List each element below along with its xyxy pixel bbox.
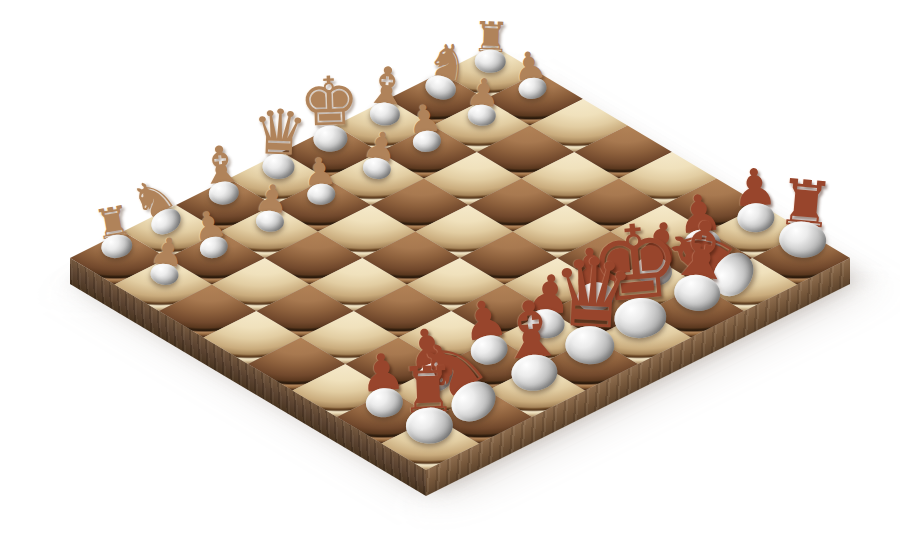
piece-white-pawn[interactable]: ♟	[510, 47, 551, 101]
piece-black-rook[interactable]: ♜	[399, 358, 459, 444]
piece-white-bishop[interactable]: ♝	[195, 139, 247, 208]
piece-white-pawn[interactable]: ♟	[302, 154, 339, 206]
piece-white-pawn[interactable]: ♟	[464, 74, 501, 126]
piece-black-bishop[interactable]: ♝	[493, 290, 571, 394]
piece-white-pawn[interactable]: ♟	[146, 232, 187, 286]
piece-white-queen[interactable]: ♛	[250, 102, 309, 180]
piece-metal-base	[406, 407, 454, 445]
piece-metal-base	[262, 153, 295, 179]
piece-black-rook[interactable]: ♜	[773, 171, 837, 260]
product-photo-scene: ♜♞♝♛♚♝♞♜♟♟♟♟♟♟♟♟♟♟♟♟♟♟♟♟♜♞♝♛♚♝♞♜	[0, 0, 900, 550]
piece-metal-base	[307, 183, 336, 206]
piece-metal-base	[475, 48, 506, 73]
piece-metal-base	[412, 129, 442, 153]
piece-white-pawn[interactable]: ♟	[252, 180, 290, 233]
piece-white-bishop[interactable]: ♝	[361, 60, 411, 127]
piece-white-pawn[interactable]: ♟	[406, 100, 445, 154]
